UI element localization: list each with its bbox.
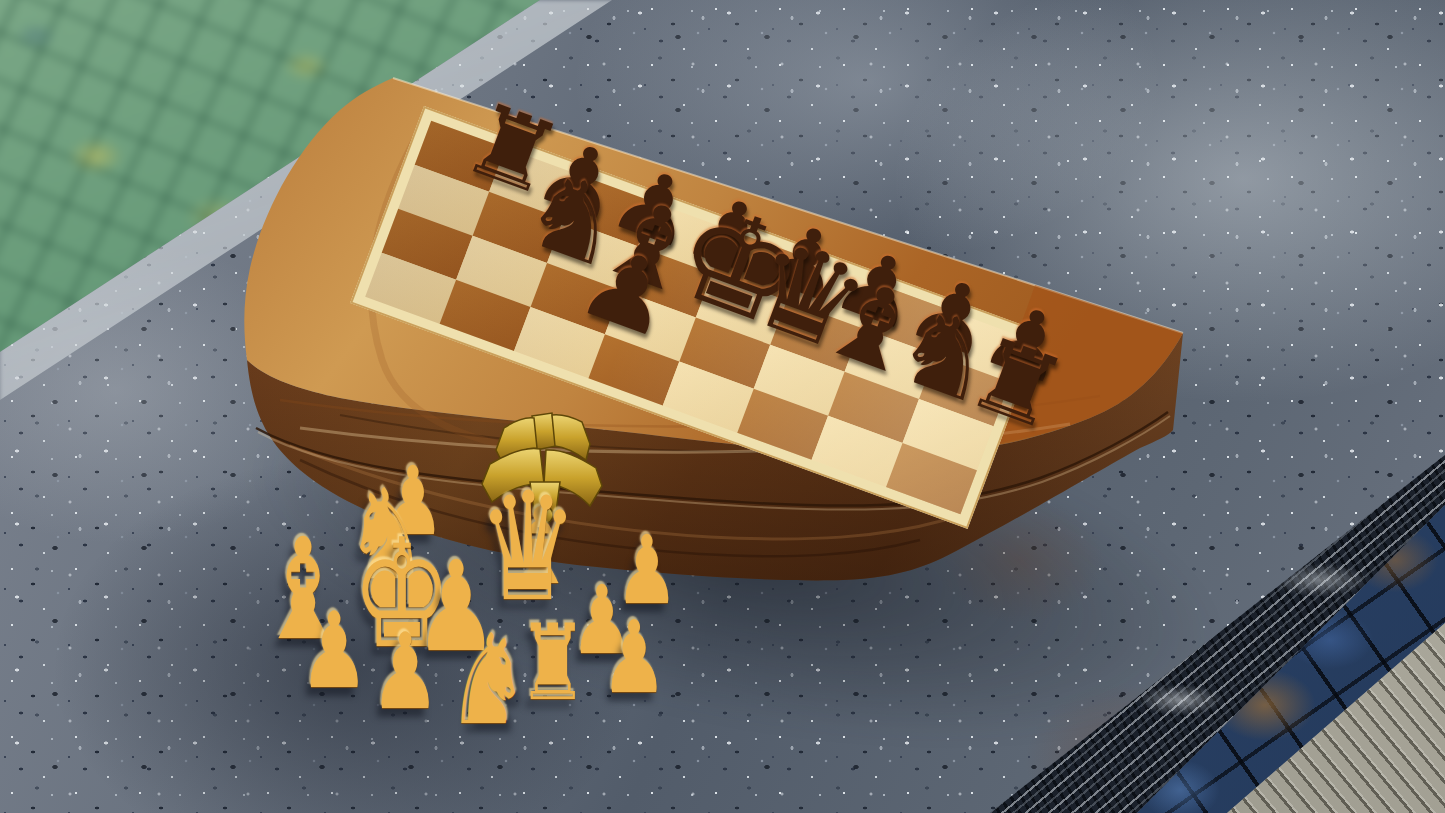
light-pawn[interactable]: ♟: [299, 599, 370, 704]
light-pawn[interactable]: ♟: [600, 608, 667, 708]
light-pawn[interactable]: ♟: [370, 620, 441, 725]
photo-scene: ♜♟♟♟♟♟♟♟♞♝♚♛♝♞♜♟ ♟♞♝♟♛♝♟♚♟♟♟♜♟♞: [0, 0, 1445, 813]
light-knight[interactable]: ♞: [446, 617, 530, 742]
